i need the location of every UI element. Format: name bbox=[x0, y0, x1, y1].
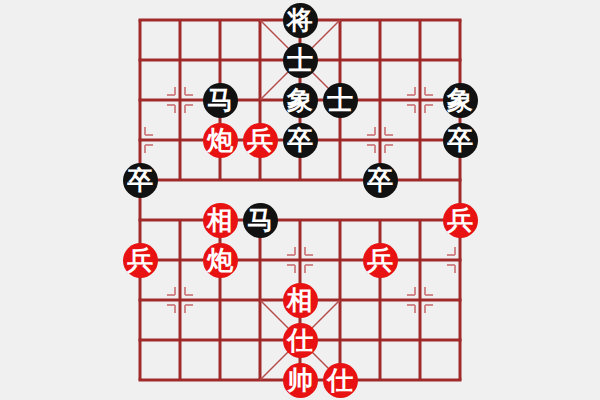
piece-black-advisor[interactable]: 士 bbox=[323, 83, 358, 118]
piece-black-soldier[interactable]: 卒 bbox=[123, 163, 158, 198]
piece-black-soldier[interactable]: 卒 bbox=[443, 123, 478, 158]
piece-red-advisor[interactable]: 仕 bbox=[283, 323, 318, 358]
piece-red-soldier[interactable]: 兵 bbox=[123, 243, 158, 278]
piece-red-elephant[interactable]: 相 bbox=[283, 283, 318, 318]
piece-black-elephant[interactable]: 象 bbox=[283, 83, 318, 118]
piece-black-horse[interactable]: 马 bbox=[243, 203, 278, 238]
piece-red-cannon[interactable]: 炮 bbox=[203, 123, 238, 158]
piece-red-soldier[interactable]: 兵 bbox=[443, 203, 478, 238]
piece-black-soldier[interactable]: 卒 bbox=[363, 163, 398, 198]
xiangqi-board[interactable]: 将士马象士象炮兵卒卒卒卒相马兵兵炮兵相仕帅仕 bbox=[120, 0, 480, 400]
piece-black-general[interactable]: 将 bbox=[283, 3, 318, 38]
piece-red-cannon[interactable]: 炮 bbox=[203, 243, 238, 278]
piece-black-horse[interactable]: 马 bbox=[203, 83, 238, 118]
piece-red-general[interactable]: 帅 bbox=[283, 363, 318, 398]
piece-black-elephant[interactable]: 象 bbox=[443, 83, 478, 118]
piece-red-soldier[interactable]: 兵 bbox=[243, 123, 278, 158]
piece-red-advisor[interactable]: 仕 bbox=[323, 363, 358, 398]
piece-black-soldier[interactable]: 卒 bbox=[283, 123, 318, 158]
piece-red-soldier[interactable]: 兵 bbox=[363, 243, 398, 278]
piece-black-advisor[interactable]: 士 bbox=[283, 43, 318, 78]
xiangqi-app: 将士马象士象炮兵卒卒卒卒相马兵兵炮兵相仕帅仕 bbox=[0, 0, 600, 400]
piece-red-elephant[interactable]: 相 bbox=[203, 203, 238, 238]
